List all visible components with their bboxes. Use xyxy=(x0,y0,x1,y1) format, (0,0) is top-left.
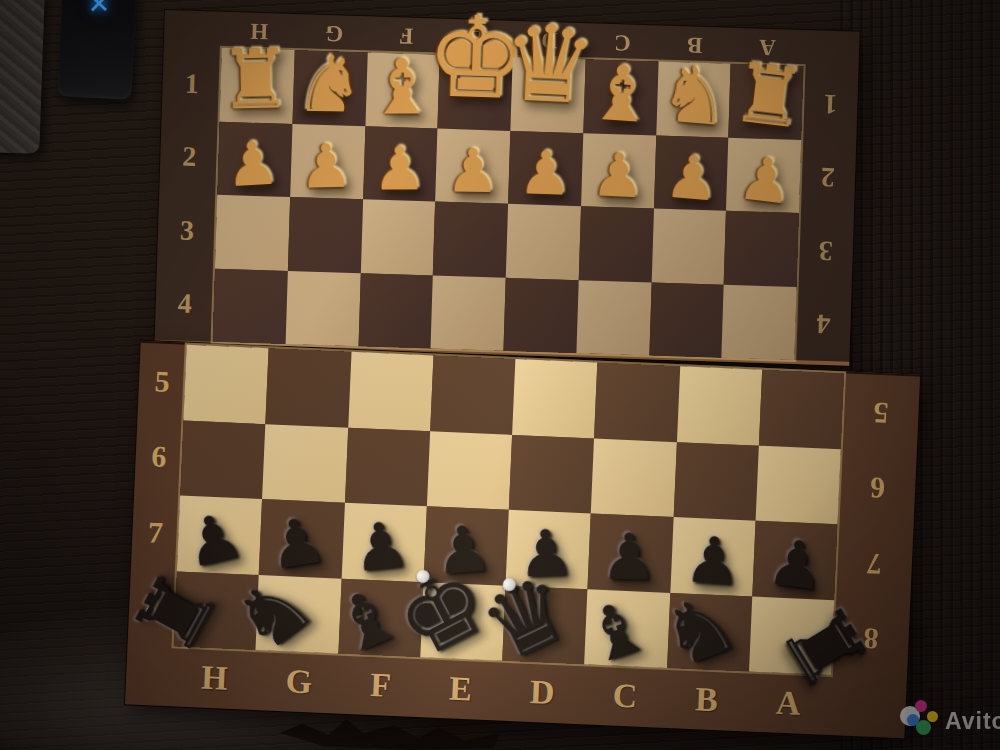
square-d4 xyxy=(503,277,578,353)
square-f6 xyxy=(344,427,429,506)
square-a5 xyxy=(759,370,844,449)
piece-white-R-a1: ♜ xyxy=(727,51,810,141)
square-a8: ♜ xyxy=(749,596,834,675)
square-g5 xyxy=(266,348,351,427)
square-c6 xyxy=(591,438,676,517)
square-d6 xyxy=(509,434,594,513)
square-e4 xyxy=(431,275,506,351)
square-c2: ♟ xyxy=(581,133,656,209)
square-g2: ♟ xyxy=(290,124,365,200)
square-h3 xyxy=(215,195,290,271)
square-c3 xyxy=(578,206,653,282)
square-a2: ♟ xyxy=(726,137,801,213)
file-label-g: G xyxy=(285,662,313,701)
square-d2: ♟ xyxy=(508,130,583,206)
square-b4 xyxy=(649,282,724,358)
piece-black-P-a7: ♟ xyxy=(764,529,829,600)
board-top-half-ranks-1-4: HGFEDCBA 1234 1234 ♜♞♝♚♛♝♞♜♟♟♟♟♟♟♟♟ xyxy=(155,10,860,366)
square-h2: ♟ xyxy=(217,121,292,197)
square-g3 xyxy=(288,197,363,273)
rank-label-1: 1 xyxy=(822,87,837,119)
piece-white-P-d2: ♟ xyxy=(518,142,574,204)
square-g4 xyxy=(285,270,360,346)
rank-label-5: 5 xyxy=(872,395,888,430)
square-b3 xyxy=(651,208,726,284)
file-label-b: B xyxy=(694,680,718,719)
piece-black-P-h7: ♟ xyxy=(178,502,249,578)
rank-label-3: 3 xyxy=(180,214,195,246)
squares-ranks-5-8: ♟♟♟♟♟♟♟♟♜♞♝♚♛♝♞♜ xyxy=(174,345,845,675)
white-replacement-finial xyxy=(414,568,432,586)
piece-white-P-c2: ♟ xyxy=(590,144,647,207)
square-d1: ♛ xyxy=(510,57,585,133)
piece-white-R-h1: ♜ xyxy=(218,38,293,122)
watermark-logo-dot xyxy=(915,700,927,712)
rank-label-5: 5 xyxy=(154,364,170,399)
piece-black-P-c7: ♟ xyxy=(601,524,659,588)
left-edge-rank-numbers-top: 1234 xyxy=(155,46,222,342)
watermark-logo-dot xyxy=(927,711,938,722)
rank-label-6: 6 xyxy=(869,471,885,506)
square-c5 xyxy=(594,363,679,442)
rank-label-2: 2 xyxy=(820,161,835,193)
white-replacement-finial xyxy=(501,576,518,593)
fabric-object xyxy=(0,0,45,154)
square-a1: ♜ xyxy=(729,64,804,140)
piece-white-P-a2: ♟ xyxy=(735,147,796,213)
square-b6 xyxy=(673,442,758,521)
square-c1: ♝ xyxy=(583,59,658,135)
piece-white-B-c1: ♝ xyxy=(585,54,658,134)
square-f5 xyxy=(348,352,433,431)
square-e6 xyxy=(427,431,512,510)
watermark-logo-icon xyxy=(900,700,940,742)
square-b5 xyxy=(676,366,761,445)
piece-white-N-g1: ♞ xyxy=(294,44,365,123)
rank-label-2: 2 xyxy=(182,141,197,173)
square-f3 xyxy=(360,199,435,275)
rank-label-3: 3 xyxy=(818,234,833,266)
piece-white-P-e2: ♟ xyxy=(445,140,500,201)
rank-label-6: 6 xyxy=(151,439,167,474)
square-a4 xyxy=(722,284,797,360)
piece-white-P-b2: ♟ xyxy=(663,146,722,210)
square-g6 xyxy=(262,424,347,503)
file-label-c: C xyxy=(612,677,638,716)
file-label-h: H xyxy=(200,659,228,698)
square-f2: ♟ xyxy=(363,126,438,202)
piece-white-P-f2: ♟ xyxy=(372,138,426,198)
square-h6 xyxy=(180,420,265,499)
square-a6 xyxy=(755,445,840,524)
rank-label-7: 7 xyxy=(866,546,882,581)
squares-ranks-1-4: ♜♞♝♚♛♝♞♜♟♟♟♟♟♟♟♟ xyxy=(213,48,804,360)
square-f4 xyxy=(358,273,433,349)
rank-label-4: 4 xyxy=(177,288,192,320)
square-h1: ♜ xyxy=(220,48,295,124)
square-d3 xyxy=(506,204,581,280)
piece-white-P-h2: ♟ xyxy=(224,132,281,195)
file-label-e: E xyxy=(448,669,472,708)
square-g1: ♞ xyxy=(292,50,367,126)
photo-of-chess-set: ✕ HGFEDCBA 1234 1234 ♜♞♝♚♛♝♞♜♟♟♟♟♟♟♟♟ 56… xyxy=(0,0,1000,750)
modem-device: ✕ xyxy=(57,0,137,100)
square-h5 xyxy=(183,345,268,424)
rank-label-1: 1 xyxy=(184,67,199,99)
piece-black-B-c8: ♝ xyxy=(574,587,659,676)
square-c4 xyxy=(576,280,651,356)
rank-label-4: 4 xyxy=(815,308,830,340)
piece-white-N-b1: ♞ xyxy=(657,53,733,137)
square-a3 xyxy=(724,211,799,287)
watermark-logo-dot xyxy=(916,720,931,735)
rank-label-7: 7 xyxy=(147,515,163,550)
file-label-d: D xyxy=(529,673,555,712)
glowing-logo-icon: ✕ xyxy=(87,0,110,19)
square-b8: ♞ xyxy=(667,592,752,671)
square-b2: ♟ xyxy=(654,135,729,211)
square-e5 xyxy=(430,355,515,434)
square-h4 xyxy=(213,268,288,344)
square-b1: ♞ xyxy=(656,62,731,138)
board-bottom-half-ranks-5-8: 5678 5678 HGFEDCBA ♟♟♟♟♟♟♟♟♜♞♝♚♛♝♞♜ xyxy=(125,341,920,739)
square-d8: ♛ xyxy=(502,585,587,664)
square-h7: ♟ xyxy=(177,496,262,575)
watermark-text: Avito xyxy=(945,708,1000,735)
square-d5 xyxy=(512,359,597,438)
square-a7: ♟ xyxy=(752,521,837,600)
piece-white-P-g2: ♟ xyxy=(299,136,354,197)
watermark: Avito xyxy=(900,700,1000,742)
file-label-f: F xyxy=(370,666,392,705)
square-e2: ♟ xyxy=(435,128,510,204)
square-e3 xyxy=(433,202,508,278)
